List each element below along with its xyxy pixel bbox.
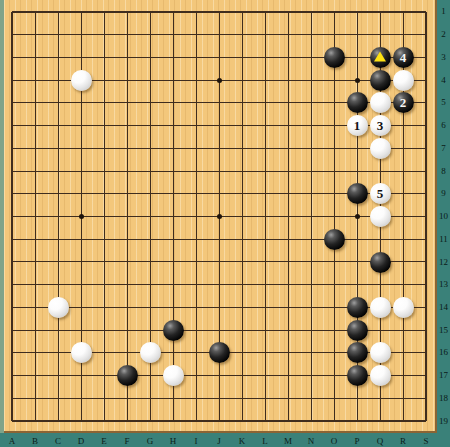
board-point-M12[interactable] [277,251,300,274]
board-point-C11[interactable] [47,228,70,251]
board-point-L13[interactable] [254,273,277,296]
board-point-K6[interactable] [231,114,254,137]
board-point-B9[interactable] [24,182,47,205]
board-point-O5[interactable] [323,91,346,114]
board-point-P13[interactable] [346,273,369,296]
board-point-P12[interactable] [346,251,369,274]
board-point-K18[interactable] [231,387,254,410]
board-point-N11[interactable] [300,228,323,251]
board-point-S12[interactable] [415,251,438,274]
board-point-I5[interactable] [185,91,208,114]
board-point-F10[interactable] [116,205,139,228]
board-point-H13[interactable] [162,273,185,296]
board-point-B1[interactable] [24,1,47,24]
board-point-C15[interactable] [47,319,70,342]
board-point-N15[interactable] [300,319,323,342]
board-point-F5[interactable] [116,91,139,114]
board-point-G3[interactable] [139,46,162,69]
board-point-D2[interactable] [70,23,93,46]
board-point-J2[interactable] [208,23,231,46]
board-point-R6[interactable] [392,114,415,137]
board-point-M3[interactable] [277,46,300,69]
board-point-L5[interactable] [254,91,277,114]
board-point-S10[interactable] [415,205,438,228]
board-point-D18[interactable] [70,387,93,410]
board-point-R10[interactable] [392,205,415,228]
white-stone-D16[interactable] [71,342,92,363]
board-point-F6[interactable] [116,114,139,137]
board-point-I10[interactable] [185,205,208,228]
board-point-N13[interactable] [300,273,323,296]
board-point-A13[interactable] [1,273,24,296]
board-point-S11[interactable] [415,228,438,251]
board-point-Q15[interactable] [369,319,392,342]
board-point-D14[interactable] [70,296,93,319]
black-stone-P17[interactable] [347,365,368,386]
board-point-D5[interactable] [70,91,93,114]
board-point-P1[interactable] [346,1,369,24]
white-stone-R14[interactable] [393,297,414,318]
board-point-M13[interactable] [277,273,300,296]
board-point-E2[interactable] [93,23,116,46]
board-point-J18[interactable] [208,387,231,410]
board-point-D17[interactable] [70,364,93,387]
board-point-K9[interactable] [231,182,254,205]
board-point-S17[interactable] [415,364,438,387]
board-point-S3[interactable] [415,46,438,69]
black-stone-P5[interactable] [347,92,368,113]
board-point-F16[interactable] [116,342,139,365]
board-point-C3[interactable] [47,46,70,69]
board-point-H18[interactable] [162,387,185,410]
board-point-O6[interactable] [323,114,346,137]
board-point-M10[interactable] [277,205,300,228]
board-point-N14[interactable] [300,296,323,319]
board-point-E12[interactable] [93,251,116,274]
board-point-K4[interactable] [231,69,254,92]
board-point-J15[interactable] [208,319,231,342]
board-point-M1[interactable] [277,1,300,24]
board-point-L18[interactable] [254,387,277,410]
board-point-D10[interactable] [70,205,93,228]
board-point-I9[interactable] [185,182,208,205]
board-point-L3[interactable] [254,46,277,69]
white-stone-Q5[interactable] [370,92,391,113]
board-point-K15[interactable] [231,319,254,342]
board-point-P7[interactable] [346,137,369,160]
board-point-O7[interactable] [323,137,346,160]
board-point-K12[interactable] [231,251,254,274]
board-point-O1[interactable] [323,1,346,24]
board-point-F4[interactable] [116,69,139,92]
board-point-B2[interactable] [24,23,47,46]
board-point-O9[interactable] [323,182,346,205]
board-point-H12[interactable] [162,251,185,274]
board-point-A10[interactable] [1,205,24,228]
board-point-I1[interactable] [185,1,208,24]
black-stone-O3[interactable] [324,47,345,68]
board-point-L4[interactable] [254,69,277,92]
board-point-L1[interactable] [254,1,277,24]
board-point-G5[interactable] [139,91,162,114]
board-point-D15[interactable] [70,319,93,342]
board-point-A12[interactable] [1,251,24,274]
board-point-G8[interactable] [139,160,162,183]
board-point-F11[interactable] [116,228,139,251]
board-point-R11[interactable] [392,228,415,251]
board-point-J11[interactable] [208,228,231,251]
board-point-B19[interactable] [24,410,47,433]
board-point-B7[interactable] [24,137,47,160]
board-point-D12[interactable] [70,251,93,274]
board-point-C10[interactable] [47,205,70,228]
board-point-G14[interactable] [139,296,162,319]
board-point-C9[interactable] [47,182,70,205]
board-point-I7[interactable] [185,137,208,160]
board-point-N7[interactable] [300,137,323,160]
board-point-H5[interactable] [162,91,185,114]
board-point-R18[interactable] [392,387,415,410]
board-point-I13[interactable] [185,273,208,296]
black-stone-R5[interactable]: 2 [393,92,414,113]
board-point-K7[interactable] [231,137,254,160]
board-point-G15[interactable] [139,319,162,342]
black-stone-Q4[interactable] [370,70,391,91]
board-point-S8[interactable] [415,160,438,183]
board-point-C5[interactable] [47,91,70,114]
board-point-E19[interactable] [93,410,116,433]
board-point-B8[interactable] [24,160,47,183]
board-point-P10[interactable] [346,205,369,228]
board-point-B10[interactable] [24,205,47,228]
board-point-J13[interactable] [208,273,231,296]
board-point-C12[interactable] [47,251,70,274]
white-stone-Q16[interactable] [370,342,391,363]
board-point-S14[interactable] [415,296,438,319]
board-point-C7[interactable] [47,137,70,160]
board-point-G12[interactable] [139,251,162,274]
board-point-M18[interactable] [277,387,300,410]
board-point-R8[interactable] [392,160,415,183]
black-stone-O11[interactable] [324,229,345,250]
board-point-B18[interactable] [24,387,47,410]
board-point-J4[interactable] [208,69,231,92]
board-point-N3[interactable] [300,46,323,69]
go-board-grid[interactable]: 42135 [1,1,438,433]
board-point-L10[interactable] [254,205,277,228]
board-point-J5[interactable] [208,91,231,114]
board-point-J17[interactable] [208,364,231,387]
board-point-F9[interactable] [116,182,139,205]
board-point-A9[interactable] [1,182,24,205]
board-point-Q18[interactable] [369,387,392,410]
board-point-A3[interactable] [1,46,24,69]
board-point-G1[interactable] [139,1,162,24]
board-point-I11[interactable] [185,228,208,251]
board-point-S18[interactable] [415,387,438,410]
board-point-A14[interactable] [1,296,24,319]
board-point-A16[interactable] [1,342,24,365]
board-point-M4[interactable] [277,69,300,92]
board-point-D8[interactable] [70,160,93,183]
board-point-I19[interactable] [185,410,208,433]
board-point-S19[interactable] [415,410,438,433]
board-point-E18[interactable] [93,387,116,410]
board-point-D3[interactable] [70,46,93,69]
board-point-Q1[interactable] [369,1,392,24]
board-point-S6[interactable] [415,114,438,137]
board-point-E16[interactable] [93,342,116,365]
board-point-R15[interactable] [392,319,415,342]
board-point-N18[interactable] [300,387,323,410]
white-stone-Q17[interactable] [370,365,391,386]
board-point-N5[interactable] [300,91,323,114]
board-point-N19[interactable] [300,410,323,433]
board-point-L17[interactable] [254,364,277,387]
board-point-H10[interactable] [162,205,185,228]
board-point-K11[interactable] [231,228,254,251]
board-point-E11[interactable] [93,228,116,251]
board-point-F18[interactable] [116,387,139,410]
board-point-A11[interactable] [1,228,24,251]
board-point-I17[interactable] [185,364,208,387]
board-point-O14[interactable] [323,296,346,319]
board-point-I8[interactable] [185,160,208,183]
board-point-E6[interactable] [93,114,116,137]
board-point-R12[interactable] [392,251,415,274]
board-point-L9[interactable] [254,182,277,205]
board-point-I4[interactable] [185,69,208,92]
board-point-A4[interactable] [1,69,24,92]
board-point-K13[interactable] [231,273,254,296]
board-point-O4[interactable] [323,69,346,92]
board-point-O10[interactable] [323,205,346,228]
board-point-B14[interactable] [24,296,47,319]
board-point-L15[interactable] [254,319,277,342]
board-point-F3[interactable] [116,46,139,69]
board-point-E1[interactable] [93,1,116,24]
board-point-K16[interactable] [231,342,254,365]
white-stone-Q7[interactable] [370,138,391,159]
board-point-I18[interactable] [185,387,208,410]
board-point-C6[interactable] [47,114,70,137]
board-point-K2[interactable] [231,23,254,46]
board-point-N16[interactable] [300,342,323,365]
board-point-N9[interactable] [300,182,323,205]
board-point-M5[interactable] [277,91,300,114]
board-point-H16[interactable] [162,342,185,365]
board-point-R1[interactable] [392,1,415,24]
board-point-E13[interactable] [93,273,116,296]
black-stone-Q12[interactable] [370,252,391,273]
board-point-E10[interactable] [93,205,116,228]
board-point-O12[interactable] [323,251,346,274]
board-point-C2[interactable] [47,23,70,46]
board-point-L2[interactable] [254,23,277,46]
board-point-H4[interactable] [162,69,185,92]
board-point-B6[interactable] [24,114,47,137]
black-stone-F17[interactable] [117,365,138,386]
board-point-D13[interactable] [70,273,93,296]
board-point-G17[interactable] [139,364,162,387]
board-point-E17[interactable] [93,364,116,387]
board-point-I14[interactable] [185,296,208,319]
board-point-I15[interactable] [185,319,208,342]
board-point-A5[interactable] [1,91,24,114]
board-point-E5[interactable] [93,91,116,114]
board-point-O15[interactable] [323,319,346,342]
board-point-M8[interactable] [277,160,300,183]
board-point-F15[interactable] [116,319,139,342]
board-point-F13[interactable] [116,273,139,296]
white-stone-Q14[interactable] [370,297,391,318]
board-point-A7[interactable] [1,137,24,160]
board-point-R7[interactable] [392,137,415,160]
board-point-G4[interactable] [139,69,162,92]
board-point-N4[interactable] [300,69,323,92]
board-point-A2[interactable] [1,23,24,46]
board-point-I16[interactable] [185,342,208,365]
board-point-O2[interactable] [323,23,346,46]
board-point-M2[interactable] [277,23,300,46]
board-point-F2[interactable] [116,23,139,46]
board-point-B12[interactable] [24,251,47,274]
board-point-N17[interactable] [300,364,323,387]
board-point-P4[interactable] [346,69,369,92]
board-point-G10[interactable] [139,205,162,228]
board-point-B11[interactable] [24,228,47,251]
white-stone-Q6[interactable]: 3 [370,115,391,136]
board-point-M7[interactable] [277,137,300,160]
board-point-S4[interactable] [415,69,438,92]
board-point-A8[interactable] [1,160,24,183]
board-point-I6[interactable] [185,114,208,137]
board-point-M9[interactable] [277,182,300,205]
board-point-L19[interactable] [254,410,277,433]
board-point-S7[interactable] [415,137,438,160]
board-point-O16[interactable] [323,342,346,365]
board-point-J3[interactable] [208,46,231,69]
board-point-O19[interactable] [323,410,346,433]
board-point-E14[interactable] [93,296,116,319]
white-stone-P6[interactable]: 1 [347,115,368,136]
board-point-B4[interactable] [24,69,47,92]
white-stone-D4[interactable] [71,70,92,91]
board-point-A17[interactable] [1,364,24,387]
black-stone-H15[interactable] [163,320,184,341]
board-point-B16[interactable] [24,342,47,365]
board-point-E4[interactable] [93,69,116,92]
board-point-C19[interactable] [47,410,70,433]
board-point-I3[interactable] [185,46,208,69]
board-point-H9[interactable] [162,182,185,205]
board-point-Q2[interactable] [369,23,392,46]
board-point-H14[interactable] [162,296,185,319]
board-point-F1[interactable] [116,1,139,24]
board-point-J12[interactable] [208,251,231,274]
board-point-Q13[interactable] [369,273,392,296]
board-point-I2[interactable] [185,23,208,46]
board-point-M19[interactable] [277,410,300,433]
board-point-N2[interactable] [300,23,323,46]
board-point-K17[interactable] [231,364,254,387]
board-point-R9[interactable] [392,182,415,205]
board-point-M11[interactable] [277,228,300,251]
board-point-H1[interactable] [162,1,185,24]
board-point-P18[interactable] [346,387,369,410]
board-point-J7[interactable] [208,137,231,160]
black-stone-P14[interactable] [347,297,368,318]
board-point-H6[interactable] [162,114,185,137]
board-point-M14[interactable] [277,296,300,319]
board-point-H7[interactable] [162,137,185,160]
board-point-J6[interactable] [208,114,231,137]
black-stone-P9[interactable] [347,183,368,204]
board-point-N12[interactable] [300,251,323,274]
board-point-B15[interactable] [24,319,47,342]
board-point-F19[interactable] [116,410,139,433]
black-stone-J16[interactable] [209,342,230,363]
board-point-L11[interactable] [254,228,277,251]
board-point-S13[interactable] [415,273,438,296]
board-point-L8[interactable] [254,160,277,183]
board-point-O8[interactable] [323,160,346,183]
board-point-K1[interactable] [231,1,254,24]
board-point-P8[interactable] [346,160,369,183]
board-point-R13[interactable] [392,273,415,296]
board-point-M6[interactable] [277,114,300,137]
board-point-Q19[interactable] [369,410,392,433]
board-point-N8[interactable] [300,160,323,183]
board-point-C13[interactable] [47,273,70,296]
board-point-O17[interactable] [323,364,346,387]
board-point-E8[interactable] [93,160,116,183]
board-point-L7[interactable] [254,137,277,160]
board-point-F8[interactable] [116,160,139,183]
board-point-K19[interactable] [231,410,254,433]
board-point-D7[interactable] [70,137,93,160]
board-point-E15[interactable] [93,319,116,342]
white-stone-C14[interactable] [48,297,69,318]
board-point-D19[interactable] [70,410,93,433]
board-point-Q8[interactable] [369,160,392,183]
board-point-Q11[interactable] [369,228,392,251]
board-point-N6[interactable] [300,114,323,137]
board-point-J9[interactable] [208,182,231,205]
board-point-R17[interactable] [392,364,415,387]
board-point-R2[interactable] [392,23,415,46]
board-point-B3[interactable] [24,46,47,69]
board-point-D1[interactable] [70,1,93,24]
board-point-A15[interactable] [1,319,24,342]
board-point-C18[interactable] [47,387,70,410]
board-point-C16[interactable] [47,342,70,365]
board-point-L6[interactable] [254,114,277,137]
board-point-K14[interactable] [231,296,254,319]
board-point-C4[interactable] [47,69,70,92]
board-point-F12[interactable] [116,251,139,274]
board-point-J19[interactable] [208,410,231,433]
board-point-C8[interactable] [47,160,70,183]
board-point-O13[interactable] [323,273,346,296]
board-point-B17[interactable] [24,364,47,387]
board-point-K10[interactable] [231,205,254,228]
black-stone-P15[interactable] [347,320,368,341]
board-point-D6[interactable] [70,114,93,137]
board-point-G9[interactable] [139,182,162,205]
board-point-S5[interactable] [415,91,438,114]
board-point-A6[interactable] [1,114,24,137]
